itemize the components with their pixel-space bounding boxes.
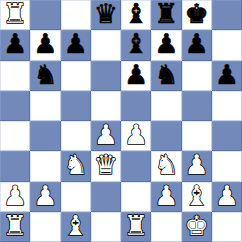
chess-board: ♜♛♝♜♚♟♟♟♝♟♟♞♟♞♟♟♟♞♛♞♟♟♟♟♝♟♜♝♜♚ bbox=[0, 0, 242, 242]
square-a4[interactable] bbox=[0, 121, 30, 151]
square-d6[interactable] bbox=[91, 61, 121, 91]
white-rook[interactable]: ♜ bbox=[3, 0, 27, 29]
square-b8[interactable] bbox=[30, 0, 60, 30]
square-e6[interactable]: ♟ bbox=[121, 61, 151, 91]
square-a7[interactable]: ♟ bbox=[0, 30, 30, 60]
square-g6[interactable] bbox=[182, 61, 212, 91]
square-a6[interactable] bbox=[0, 61, 30, 91]
square-g4[interactable] bbox=[182, 121, 212, 151]
square-c3[interactable]: ♞ bbox=[61, 151, 91, 181]
white-bishop[interactable]: ♝ bbox=[64, 211, 88, 241]
square-e4[interactable]: ♟ bbox=[121, 121, 151, 151]
black-bishop[interactable]: ♝ bbox=[124, 0, 148, 29]
square-f2[interactable]: ♟ bbox=[151, 182, 181, 212]
square-c5[interactable] bbox=[61, 91, 91, 121]
black-pawn[interactable]: ♟ bbox=[3, 29, 27, 59]
black-rook[interactable]: ♜ bbox=[154, 0, 178, 29]
square-b1[interactable] bbox=[30, 212, 60, 242]
square-f6[interactable]: ♞ bbox=[151, 61, 181, 91]
square-c7[interactable]: ♟ bbox=[61, 30, 91, 60]
white-pawn[interactable]: ♟ bbox=[94, 120, 118, 150]
square-h2[interactable]: ♟ bbox=[212, 182, 242, 212]
square-d2[interactable] bbox=[91, 182, 121, 212]
square-b5[interactable] bbox=[30, 91, 60, 121]
white-pawn[interactable]: ♟ bbox=[154, 181, 178, 211]
black-pawn[interactable]: ♟ bbox=[64, 29, 88, 59]
square-g1[interactable]: ♚ bbox=[182, 212, 212, 242]
square-b4[interactable] bbox=[30, 121, 60, 151]
square-h4[interactable] bbox=[212, 121, 242, 151]
square-c2[interactable] bbox=[61, 182, 91, 212]
white-king[interactable]: ♚ bbox=[185, 211, 209, 241]
square-g3[interactable]: ♟ bbox=[182, 151, 212, 181]
square-h6[interactable]: ♟ bbox=[212, 61, 242, 91]
white-pawn[interactable]: ♟ bbox=[185, 150, 209, 180]
square-e5[interactable] bbox=[121, 91, 151, 121]
white-bishop[interactable]: ♝ bbox=[185, 181, 209, 211]
square-e3[interactable] bbox=[121, 151, 151, 181]
black-bishop[interactable]: ♝ bbox=[124, 29, 148, 59]
square-e1[interactable]: ♜ bbox=[121, 212, 151, 242]
white-pawn[interactable]: ♟ bbox=[215, 181, 239, 211]
white-knight[interactable]: ♞ bbox=[154, 150, 178, 180]
square-f8[interactable]: ♜ bbox=[151, 0, 181, 30]
square-d4[interactable]: ♟ bbox=[91, 121, 121, 151]
white-rook[interactable]: ♜ bbox=[124, 211, 148, 241]
square-g7[interactable]: ♟ bbox=[182, 30, 212, 60]
square-d8[interactable]: ♛ bbox=[91, 0, 121, 30]
square-d7[interactable] bbox=[91, 30, 121, 60]
square-b2[interactable]: ♟ bbox=[30, 182, 60, 212]
square-c8[interactable] bbox=[61, 0, 91, 30]
black-pawn[interactable]: ♟ bbox=[215, 60, 239, 90]
square-g8[interactable]: ♚ bbox=[182, 0, 212, 30]
black-pawn[interactable]: ♟ bbox=[154, 29, 178, 59]
square-f3[interactable]: ♞ bbox=[151, 151, 181, 181]
black-pawn[interactable]: ♟ bbox=[185, 29, 209, 59]
white-knight[interactable]: ♞ bbox=[64, 150, 88, 180]
black-knight[interactable]: ♞ bbox=[33, 60, 57, 90]
square-f4[interactable] bbox=[151, 121, 181, 151]
square-b3[interactable] bbox=[30, 151, 60, 181]
square-g5[interactable] bbox=[182, 91, 212, 121]
square-c4[interactable] bbox=[61, 121, 91, 151]
square-f1[interactable] bbox=[151, 212, 181, 242]
square-a1[interactable]: ♜ bbox=[0, 212, 30, 242]
square-d5[interactable] bbox=[91, 91, 121, 121]
square-b7[interactable]: ♟ bbox=[30, 30, 60, 60]
black-pawn[interactable]: ♟ bbox=[33, 29, 57, 59]
white-pawn[interactable]: ♟ bbox=[33, 181, 57, 211]
black-queen[interactable]: ♛ bbox=[94, 0, 118, 29]
square-e2[interactable] bbox=[121, 182, 151, 212]
square-e7[interactable]: ♝ bbox=[121, 30, 151, 60]
black-pawn[interactable]: ♟ bbox=[124, 60, 148, 90]
square-b6[interactable]: ♞ bbox=[30, 61, 60, 91]
square-d3[interactable]: ♛ bbox=[91, 151, 121, 181]
square-h1[interactable] bbox=[212, 212, 242, 242]
white-pawn[interactable]: ♟ bbox=[124, 120, 148, 150]
square-h7[interactable] bbox=[212, 30, 242, 60]
square-f7[interactable]: ♟ bbox=[151, 30, 181, 60]
square-h3[interactable] bbox=[212, 151, 242, 181]
black-king[interactable]: ♚ bbox=[185, 0, 209, 29]
square-a8[interactable]: ♜ bbox=[0, 0, 30, 30]
square-f5[interactable] bbox=[151, 91, 181, 121]
square-d1[interactable] bbox=[91, 212, 121, 242]
square-c6[interactable] bbox=[61, 61, 91, 91]
square-a3[interactable] bbox=[0, 151, 30, 181]
square-c1[interactable]: ♝ bbox=[61, 212, 91, 242]
square-h5[interactable] bbox=[212, 91, 242, 121]
white-pawn[interactable]: ♟ bbox=[3, 181, 27, 211]
white-queen[interactable]: ♛ bbox=[94, 150, 118, 180]
black-knight[interactable]: ♞ bbox=[154, 60, 178, 90]
square-a2[interactable]: ♟ bbox=[0, 182, 30, 212]
white-rook[interactable]: ♜ bbox=[3, 211, 27, 241]
square-h8[interactable] bbox=[212, 0, 242, 30]
square-e8[interactable]: ♝ bbox=[121, 0, 151, 30]
square-a5[interactable] bbox=[0, 91, 30, 121]
square-g2[interactable]: ♝ bbox=[182, 182, 212, 212]
